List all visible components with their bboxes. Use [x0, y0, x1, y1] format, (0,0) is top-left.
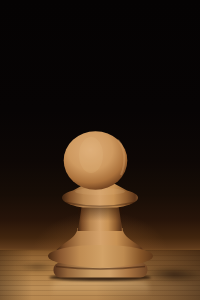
photo-stage: [0, 0, 200, 300]
stem-shadow-under-collar: [78, 206, 122, 221]
head-front-highlight: [79, 137, 103, 173]
white-pawn-piece: [0, 0, 200, 300]
pawn-base-torus: [48, 245, 153, 267]
